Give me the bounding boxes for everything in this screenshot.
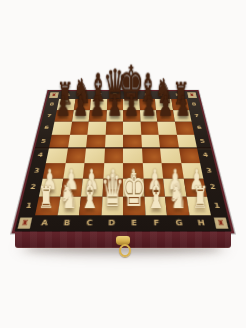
rank-label: 7 bbox=[189, 110, 204, 122]
white-pawn: ♟ bbox=[168, 167, 183, 195]
square-d1: ♛ bbox=[101, 196, 123, 215]
square-g2: ♟ bbox=[163, 179, 186, 196]
white-pawn: ♟ bbox=[42, 167, 57, 195]
square-g3 bbox=[162, 163, 184, 179]
square-c6 bbox=[87, 122, 105, 135]
square-g1: ♞ bbox=[165, 196, 189, 215]
square-d7: ♟ bbox=[106, 110, 123, 122]
file-label: D bbox=[107, 91, 123, 99]
rank-label: 6 bbox=[192, 122, 208, 135]
white-pawn: ♟ bbox=[84, 167, 99, 195]
square-h5 bbox=[176, 134, 197, 148]
file-label: H bbox=[170, 91, 187, 99]
file-label: G bbox=[154, 91, 171, 99]
square-h4 bbox=[179, 148, 201, 163]
square-c7: ♟ bbox=[89, 110, 107, 122]
square-d2: ♟ bbox=[102, 179, 123, 196]
file-label: G bbox=[167, 215, 191, 231]
file-label: F bbox=[139, 91, 155, 99]
board-frame: ♜ ♜ ♜ ♜ ABCDEFGH ABCDEFGH 87654321 87654… bbox=[15, 91, 232, 231]
square-a8: ♜ bbox=[57, 99, 75, 110]
square-g8: ♞ bbox=[155, 99, 173, 110]
file-label: H bbox=[189, 215, 214, 231]
square-d3 bbox=[103, 163, 123, 179]
corner-rook-icon: ♜ bbox=[189, 93, 195, 97]
square-f1: ♝ bbox=[144, 196, 167, 215]
square-b2: ♟ bbox=[60, 179, 83, 196]
square-c2: ♟ bbox=[81, 179, 103, 196]
square-f4 bbox=[142, 148, 162, 163]
square-g5 bbox=[159, 134, 179, 148]
square-a4 bbox=[46, 148, 68, 163]
square-f8: ♝ bbox=[139, 99, 156, 110]
square-a3 bbox=[43, 163, 66, 179]
file-label: E bbox=[123, 91, 139, 99]
square-c5 bbox=[86, 134, 105, 148]
square-a1: ♜ bbox=[35, 196, 60, 215]
box-front-edge bbox=[15, 231, 231, 248]
corner-rook-icon: ♜ bbox=[51, 93, 57, 97]
square-e1: ♚ bbox=[123, 196, 145, 215]
file-label: F bbox=[145, 215, 169, 231]
white-rook: ♜ bbox=[38, 184, 54, 214]
white-rook: ♜ bbox=[192, 184, 208, 214]
square-b1: ♞ bbox=[57, 196, 81, 215]
file-label: B bbox=[75, 91, 92, 99]
square-d8: ♛ bbox=[106, 99, 123, 110]
square-a7: ♟ bbox=[54, 110, 73, 122]
black-bishop: ♝ bbox=[88, 70, 109, 109]
rank-label: 8 bbox=[187, 99, 202, 110]
square-b4 bbox=[65, 148, 86, 163]
square-d4 bbox=[104, 148, 123, 163]
square-f2: ♟ bbox=[143, 179, 165, 196]
square-b8: ♞ bbox=[73, 99, 91, 110]
scene: ♜ ♜ ♜ ♜ ABCDEFGH ABCDEFGH 87654321 87654… bbox=[0, 0, 246, 328]
square-e3 bbox=[123, 163, 143, 179]
square-b5 bbox=[68, 134, 88, 148]
file-label: B bbox=[55, 215, 79, 231]
white-pawn: ♟ bbox=[147, 167, 162, 195]
square-g4 bbox=[160, 148, 181, 163]
square-a6 bbox=[52, 122, 72, 135]
white-pawn: ♟ bbox=[63, 167, 78, 195]
square-e8: ♚ bbox=[123, 99, 140, 110]
file-label: A bbox=[32, 215, 57, 231]
square-d5 bbox=[105, 134, 124, 148]
square-f6 bbox=[140, 122, 158, 135]
white-pawn: ♟ bbox=[189, 167, 204, 195]
file-label: C bbox=[91, 91, 107, 99]
square-g6 bbox=[157, 122, 176, 135]
square-f7: ♟ bbox=[140, 110, 158, 122]
square-e2: ♟ bbox=[123, 179, 144, 196]
square-c3 bbox=[83, 163, 104, 179]
square-h8: ♜ bbox=[171, 99, 189, 110]
square-e5 bbox=[123, 134, 142, 148]
square-f5 bbox=[141, 134, 160, 148]
corner-rook-icon: ♜ bbox=[20, 219, 29, 227]
square-h3 bbox=[181, 163, 204, 179]
product-photo: ♜ ♜ ♜ ♜ ABCDEFGH ABCDEFGH 87654321 87654… bbox=[0, 0, 246, 328]
square-e6 bbox=[123, 122, 141, 135]
file-label: A bbox=[59, 91, 76, 99]
corner-rook-icon: ♜ bbox=[216, 219, 225, 227]
square-b6 bbox=[70, 122, 89, 135]
square-c8: ♝ bbox=[90, 99, 107, 110]
square-e4 bbox=[123, 148, 142, 163]
white-pawn: ♟ bbox=[105, 167, 120, 195]
fold-seam bbox=[35, 147, 211, 149]
square-h6 bbox=[174, 122, 194, 135]
square-b3 bbox=[63, 163, 85, 179]
file-label: C bbox=[77, 215, 101, 231]
square-c4 bbox=[84, 148, 104, 163]
file-label: D bbox=[100, 215, 123, 231]
board-squares: ♜♞♝♛♚♝♞♜♟♟♟♟♟♟♟♟♟♟♟♟♟♟♟♟♜♞♝♛♚♝♞♜ bbox=[35, 99, 211, 215]
white-pawn: ♟ bbox=[126, 167, 141, 195]
square-h7: ♟ bbox=[173, 110, 192, 122]
square-c1: ♝ bbox=[79, 196, 102, 215]
file-labels-top: ABCDEFGH bbox=[59, 91, 187, 99]
chess-board: ♜ ♜ ♜ ♜ ABCDEFGH ABCDEFGH 87654321 87654… bbox=[15, 91, 232, 231]
square-a5 bbox=[49, 134, 70, 148]
square-g7: ♟ bbox=[156, 110, 174, 122]
square-h1: ♜ bbox=[186, 196, 211, 215]
square-d6 bbox=[105, 122, 123, 135]
corner-ornament: ♜ bbox=[211, 215, 232, 231]
clasp-ring bbox=[119, 244, 131, 257]
corner-ornament: ♜ bbox=[185, 91, 199, 99]
square-b7: ♟ bbox=[72, 110, 90, 122]
square-a2: ♟ bbox=[39, 179, 63, 196]
square-e7: ♟ bbox=[123, 110, 140, 122]
square-f3 bbox=[142, 163, 163, 179]
file-label: E bbox=[123, 215, 146, 231]
file-labels-bottom: ABCDEFGH bbox=[32, 215, 214, 231]
square-h2: ♟ bbox=[183, 179, 207, 196]
